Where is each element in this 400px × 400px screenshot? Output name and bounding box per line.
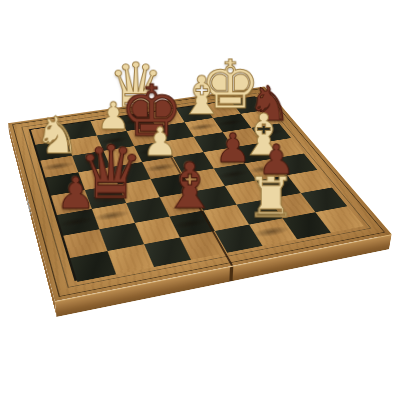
piece-dark-bishop-d2[interactable]: ♝ [145, 153, 233, 223]
piece-light-rook-f1[interactable]: ♜ [226, 169, 315, 231]
dark-bishop-glyph: ♝ [145, 153, 233, 219]
light-rook-glyph: ♜ [226, 169, 315, 227]
chess-board: ♛♟♝♚♞♚♞♟♟♝♟♛♟♝♜ [8, 86, 392, 301]
product-photo-background: { "game": { "name": "chess", "setting": … [0, 0, 400, 400]
photo-scene: ♛♟♝♚♞♚♞♟♟♝♟♛♟♝♜ [0, 0, 400, 400]
fold-seam-front-gap [229, 267, 233, 282]
dark-pawn-glyph: ♟ [32, 171, 119, 216]
piece-dark-pawn-a3[interactable]: ♟ [32, 171, 119, 221]
